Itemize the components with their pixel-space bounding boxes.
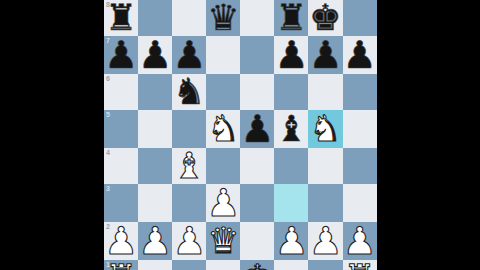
black-queen[interactable]: ♛ (207, 0, 239, 36)
square-a5[interactable]: 5 (104, 110, 138, 148)
white-queen[interactable]: ♛ (207, 223, 239, 259)
rank-label-4: 4 (106, 149, 110, 156)
square-c3[interactable] (172, 184, 206, 222)
letterbox-right (376, 0, 480, 270)
rank-label-7: 7 (106, 37, 110, 44)
black-rook[interactable]: ♜ (275, 0, 307, 36)
white-pawn[interactable]: ♟ (206, 184, 240, 222)
square-a8[interactable]: 8♜ (104, 0, 138, 36)
square-g8[interactable]: ♚ (308, 0, 342, 36)
square-b2[interactable]: ♟ (138, 222, 172, 260)
white-rook[interactable]: ♜ (343, 260, 375, 270)
square-a3[interactable]: 3 (104, 184, 138, 222)
black-pawn[interactable]: ♟ (172, 36, 206, 74)
square-h2[interactable]: ♟ (343, 222, 377, 260)
square-c1[interactable]: c (172, 260, 206, 270)
white-pawn[interactable]: ♟ (308, 222, 342, 260)
rank-label-5: 5 (106, 111, 110, 118)
square-f1[interactable]: f (274, 260, 308, 270)
square-d1[interactable]: d (206, 260, 240, 270)
square-e8[interactable] (240, 0, 274, 36)
square-g3[interactable] (308, 184, 342, 222)
square-h3[interactable] (343, 184, 377, 222)
square-a7[interactable]: 7♟ (104, 36, 138, 74)
square-g4[interactable] (308, 148, 342, 184)
white-knight[interactable]: ♞ (309, 111, 341, 147)
square-f2[interactable]: ♟ (274, 222, 308, 260)
square-e5[interactable]: ♟ (240, 110, 274, 148)
square-h4[interactable] (343, 148, 377, 184)
white-pawn[interactable]: ♟ (172, 222, 206, 260)
square-e6[interactable] (240, 74, 274, 110)
black-pawn[interactable]: ♟ (240, 110, 274, 148)
square-c6[interactable]: ♞ (172, 74, 206, 110)
square-d8[interactable]: ♛ (206, 0, 240, 36)
rank-label-3: 3 (106, 185, 110, 192)
square-g2[interactable]: ♟ (308, 222, 342, 260)
square-h6[interactable] (343, 74, 377, 110)
square-e3[interactable] (240, 184, 274, 222)
square-e4[interactable] (240, 148, 274, 184)
white-knight[interactable]: ♞ (207, 111, 239, 147)
square-f7[interactable]: ♟ (274, 36, 308, 74)
square-f6[interactable] (274, 74, 308, 110)
white-pawn[interactable]: ♟ (274, 222, 308, 260)
black-knight[interactable]: ♞ (173, 74, 205, 110)
square-c4[interactable]: ♝ (172, 148, 206, 184)
square-a4[interactable]: 4 (104, 148, 138, 184)
square-g6[interactable] (308, 74, 342, 110)
square-e1[interactable]: e♚ (240, 260, 274, 270)
black-king[interactable]: ♚ (309, 0, 341, 36)
square-d7[interactable] (206, 36, 240, 74)
square-f4[interactable] (274, 148, 308, 184)
black-pawn[interactable]: ♟ (343, 36, 377, 74)
white-bishop[interactable]: ♝ (173, 148, 205, 184)
square-a2[interactable]: 2♟ (104, 222, 138, 260)
black-pawn[interactable]: ♟ (138, 36, 172, 74)
square-g7[interactable]: ♟ (308, 36, 342, 74)
square-b6[interactable] (138, 74, 172, 110)
black-pawn[interactable]: ♟ (308, 36, 342, 74)
square-f8[interactable]: ♜ (274, 0, 308, 36)
square-b5[interactable] (138, 110, 172, 148)
square-a6[interactable]: 6 (104, 74, 138, 110)
square-a1[interactable]: 1a♜ (104, 260, 138, 270)
chess-board: 8♜♛♜♚7♟♟♟♟♟♟6♞5♞♟♝♞4♝3♟2♟♟♟♛♟♟♟1a♜bcde♚f… (104, 0, 376, 270)
square-d4[interactable] (206, 148, 240, 184)
square-f5[interactable]: ♝ (274, 110, 308, 148)
square-h1[interactable]: h♜ (343, 260, 377, 270)
square-b8[interactable] (138, 0, 172, 36)
black-pawn[interactable]: ♟ (274, 36, 308, 74)
square-d2[interactable]: ♛ (206, 222, 240, 260)
white-pawn[interactable]: ♟ (343, 222, 377, 260)
square-e2[interactable] (240, 222, 274, 260)
square-h7[interactable]: ♟ (343, 36, 377, 74)
rank-label-1: 1 (106, 261, 110, 268)
square-g1[interactable]: g (308, 260, 342, 270)
square-h8[interactable] (343, 0, 377, 36)
square-d5[interactable]: ♞ (206, 110, 240, 148)
rank-label-2: 2 (106, 223, 110, 230)
letterbox-left (0, 0, 104, 270)
square-f3[interactable] (274, 184, 308, 222)
square-b4[interactable] (138, 148, 172, 184)
square-e7[interactable] (240, 36, 274, 74)
white-pawn[interactable]: ♟ (138, 222, 172, 260)
square-c2[interactable]: ♟ (172, 222, 206, 260)
black-bishop[interactable]: ♝ (275, 111, 307, 147)
square-g5[interactable]: ♞ (308, 110, 342, 148)
rank-label-6: 6 (106, 75, 110, 82)
square-c7[interactable]: ♟ (172, 36, 206, 74)
rank-label-8: 8 (106, 1, 110, 8)
square-d3[interactable]: ♟ (206, 184, 240, 222)
square-c5[interactable] (172, 110, 206, 148)
square-b7[interactable]: ♟ (138, 36, 172, 74)
square-b1[interactable]: b (138, 260, 172, 270)
square-c8[interactable] (172, 0, 206, 36)
square-h5[interactable] (343, 110, 377, 148)
white-king[interactable]: ♚ (241, 260, 273, 270)
square-b3[interactable] (138, 184, 172, 222)
square-d6[interactable] (206, 74, 240, 110)
